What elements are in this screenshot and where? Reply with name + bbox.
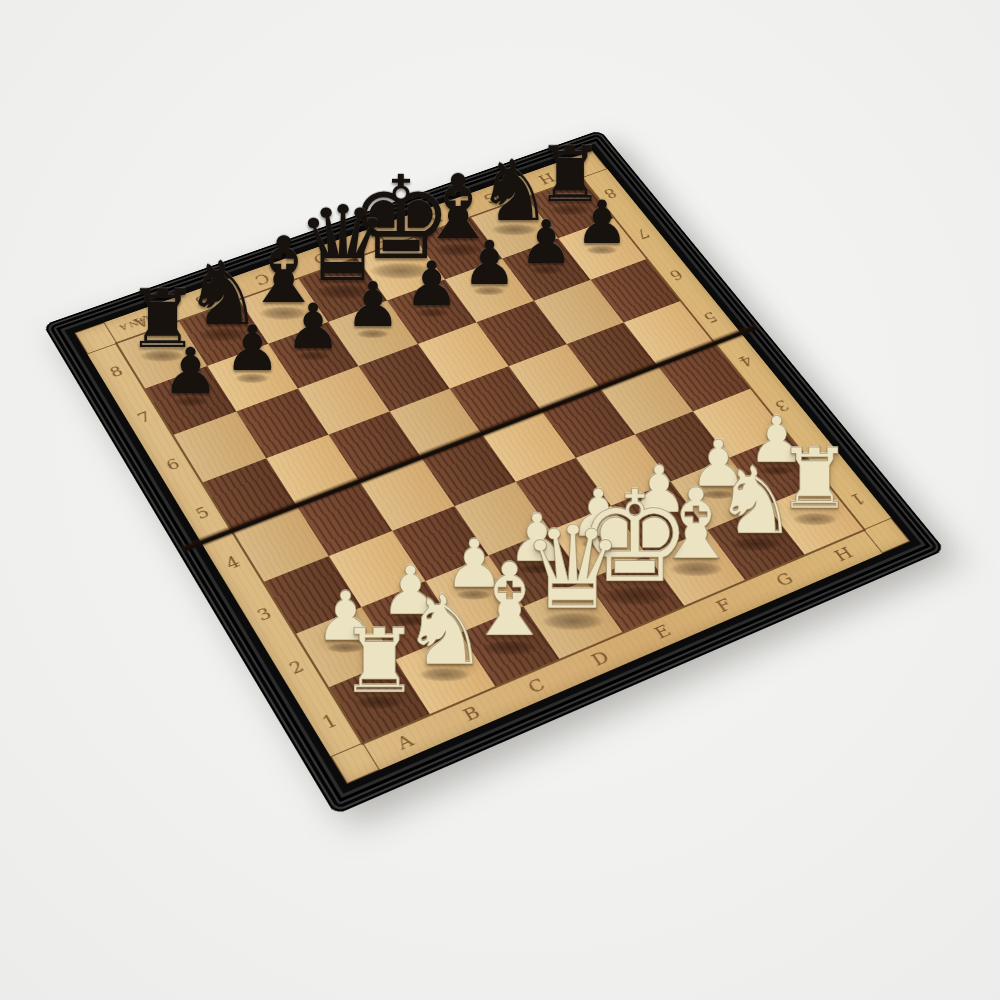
chess-board: ABCDEFGHABCDEFGH8765432187654321 CHINA <box>43 130 945 815</box>
chess-set-photo: ABCDEFGHABCDEFGH8765432187654321 CHINA ♜… <box>0 0 1000 1000</box>
